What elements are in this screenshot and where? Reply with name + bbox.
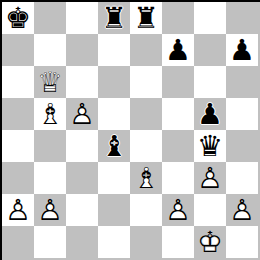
square-b5[interactable]: ♝♗: [34, 98, 66, 130]
black-rook-icon: ♜: [98, 2, 130, 34]
square-c1[interactable]: [66, 226, 98, 258]
black-pawn-icon: ♟: [226, 34, 258, 66]
square-a5[interactable]: [2, 98, 34, 130]
square-d6[interactable]: [98, 66, 130, 98]
piece-white-pawn[interactable]: ♟♙: [2, 194, 34, 226]
black-king-icon: ♚: [2, 2, 34, 34]
piece-black-pawn[interactable]: ♟: [162, 34, 194, 66]
square-a2[interactable]: ♟♙: [2, 194, 34, 226]
square-c7[interactable]: [66, 34, 98, 66]
black-bishop-icon: ♝: [98, 130, 130, 162]
square-g2[interactable]: [194, 194, 226, 226]
piece-black-pawn[interactable]: ♟: [226, 34, 258, 66]
square-g1[interactable]: ♚♔: [194, 226, 226, 258]
chess-board: ♚♜♜♟♟♛♕♝♗♟♙♟♝♛♝♗♟♙♟♙♟♙♟♙♟♙♚♔: [2, 2, 258, 258]
square-c3[interactable]: [66, 162, 98, 194]
square-g4[interactable]: ♛: [194, 130, 226, 162]
piece-white-pawn[interactable]: ♟♙: [162, 194, 194, 226]
square-e5[interactable]: [130, 98, 162, 130]
square-f4[interactable]: [162, 130, 194, 162]
square-e8[interactable]: ♜: [130, 2, 162, 34]
square-b7[interactable]: [34, 34, 66, 66]
square-g6[interactable]: [194, 66, 226, 98]
square-f5[interactable]: [162, 98, 194, 130]
square-e4[interactable]: [130, 130, 162, 162]
piece-black-bishop[interactable]: ♝: [98, 130, 130, 162]
square-c5[interactable]: ♟♙: [66, 98, 98, 130]
square-g5[interactable]: ♟: [194, 98, 226, 130]
square-e3[interactable]: ♝♗: [130, 162, 162, 194]
square-f7[interactable]: ♟: [162, 34, 194, 66]
white-king-outline-icon: ♔: [194, 226, 226, 258]
square-h6[interactable]: [226, 66, 258, 98]
square-b8[interactable]: [34, 2, 66, 34]
square-d4[interactable]: ♝: [98, 130, 130, 162]
square-d5[interactable]: [98, 98, 130, 130]
square-g7[interactable]: [194, 34, 226, 66]
piece-black-queen[interactable]: ♛: [194, 130, 226, 162]
black-rook-icon: ♜: [130, 2, 162, 34]
piece-white-bishop[interactable]: ♝♗: [130, 162, 162, 194]
piece-white-queen[interactable]: ♛♕: [34, 66, 66, 98]
white-pawn-outline-icon: ♙: [2, 194, 34, 226]
square-f2[interactable]: ♟♙: [162, 194, 194, 226]
square-c4[interactable]: [66, 130, 98, 162]
white-pawn-outline-icon: ♙: [34, 194, 66, 226]
white-bishop-outline-icon: ♗: [130, 162, 162, 194]
square-a8[interactable]: ♚: [2, 2, 34, 34]
piece-black-king[interactable]: ♚: [2, 2, 34, 34]
square-a3[interactable]: [2, 162, 34, 194]
piece-white-pawn[interactable]: ♟♙: [34, 194, 66, 226]
square-e1[interactable]: [130, 226, 162, 258]
white-bishop-outline-icon: ♗: [34, 98, 66, 130]
black-pawn-icon: ♟: [194, 98, 226, 130]
piece-white-bishop[interactable]: ♝♗: [34, 98, 66, 130]
piece-white-pawn[interactable]: ♟♙: [194, 162, 226, 194]
white-pawn-outline-icon: ♙: [66, 98, 98, 130]
square-g3[interactable]: ♟♙: [194, 162, 226, 194]
square-h2[interactable]: ♟♙: [226, 194, 258, 226]
square-d2[interactable]: [98, 194, 130, 226]
square-d3[interactable]: [98, 162, 130, 194]
square-e7[interactable]: [130, 34, 162, 66]
square-f8[interactable]: [162, 2, 194, 34]
square-f6[interactable]: [162, 66, 194, 98]
piece-black-rook[interactable]: ♜: [98, 2, 130, 34]
square-f3[interactable]: [162, 162, 194, 194]
square-d7[interactable]: [98, 34, 130, 66]
chess-board-frame: ♚♜♜♟♟♛♕♝♗♟♙♟♝♛♝♗♟♙♟♙♟♙♟♙♟♙♚♔: [0, 0, 260, 260]
white-queen-outline-icon: ♕: [34, 66, 66, 98]
square-d8[interactable]: ♜: [98, 2, 130, 34]
square-e6[interactable]: [130, 66, 162, 98]
piece-white-pawn[interactable]: ♟♙: [226, 194, 258, 226]
square-a7[interactable]: [2, 34, 34, 66]
white-pawn-outline-icon: ♙: [226, 194, 258, 226]
square-h8[interactable]: [226, 2, 258, 34]
square-f1[interactable]: [162, 226, 194, 258]
square-c6[interactable]: [66, 66, 98, 98]
square-b4[interactable]: [34, 130, 66, 162]
piece-black-pawn[interactable]: ♟: [194, 98, 226, 130]
square-h1[interactable]: [226, 226, 258, 258]
square-a4[interactable]: [2, 130, 34, 162]
square-e2[interactable]: [130, 194, 162, 226]
white-pawn-outline-icon: ♙: [194, 162, 226, 194]
piece-white-pawn[interactable]: ♟♙: [66, 98, 98, 130]
white-pawn-outline-icon: ♙: [162, 194, 194, 226]
square-b6[interactable]: ♛♕: [34, 66, 66, 98]
black-queen-icon: ♛: [194, 130, 226, 162]
square-h5[interactable]: [226, 98, 258, 130]
square-d1[interactable]: [98, 226, 130, 258]
square-h7[interactable]: ♟: [226, 34, 258, 66]
square-c2[interactable]: [66, 194, 98, 226]
black-pawn-icon: ♟: [162, 34, 194, 66]
piece-black-rook[interactable]: ♜: [130, 2, 162, 34]
square-b3[interactable]: [34, 162, 66, 194]
square-b1[interactable]: [34, 226, 66, 258]
square-c8[interactable]: [66, 2, 98, 34]
square-g8[interactable]: [194, 2, 226, 34]
square-h3[interactable]: [226, 162, 258, 194]
square-b2[interactable]: ♟♙: [34, 194, 66, 226]
piece-white-king[interactable]: ♚♔: [194, 226, 226, 258]
square-a1[interactable]: [2, 226, 34, 258]
square-a6[interactable]: [2, 66, 34, 98]
square-h4[interactable]: [226, 130, 258, 162]
